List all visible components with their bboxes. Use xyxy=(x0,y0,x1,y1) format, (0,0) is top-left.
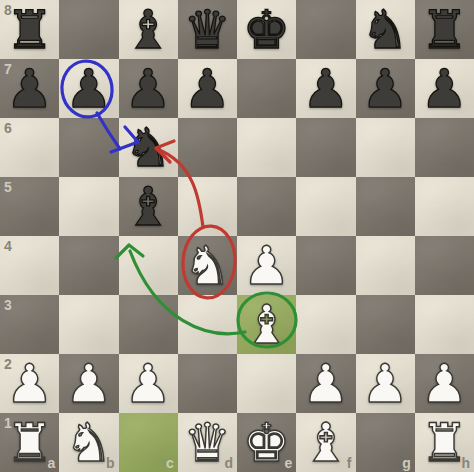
square-b8[interactable] xyxy=(59,0,118,59)
square-c3[interactable] xyxy=(119,295,178,354)
square-c7[interactable]: ♟ xyxy=(119,59,178,118)
rank-label-1: 1 xyxy=(4,415,12,431)
square-d1[interactable]: d♛ xyxy=(178,413,237,472)
square-e3[interactable]: ♝ xyxy=(237,295,296,354)
square-b7[interactable]: ♟ xyxy=(59,59,118,118)
square-g4[interactable] xyxy=(356,236,415,295)
file-label-f: f xyxy=(347,455,352,471)
rank-label-2: 2 xyxy=(4,356,12,372)
square-d6[interactable] xyxy=(178,118,237,177)
square-a3[interactable]: 3 xyxy=(0,295,59,354)
square-a7[interactable]: 7♟ xyxy=(0,59,59,118)
square-b5[interactable] xyxy=(59,177,118,236)
file-label-d: d xyxy=(224,455,233,471)
square-f7[interactable]: ♟ xyxy=(296,59,355,118)
square-c5[interactable]: ♝ xyxy=(119,177,178,236)
square-d3[interactable] xyxy=(178,295,237,354)
square-a5[interactable]: 5 xyxy=(0,177,59,236)
square-b3[interactable] xyxy=(59,295,118,354)
piece-black-knight[interactable]: ♞ xyxy=(124,121,172,174)
square-c2[interactable]: ♟ xyxy=(119,354,178,413)
piece-white-bishop[interactable]: ♝ xyxy=(302,416,350,469)
piece-black-pawn[interactable]: ♟ xyxy=(302,62,350,115)
file-label-b: b xyxy=(106,455,115,471)
square-f2[interactable]: ♟ xyxy=(296,354,355,413)
piece-white-pawn[interactable]: ♟ xyxy=(243,239,291,292)
file-label-g: g xyxy=(402,455,411,471)
square-c4[interactable] xyxy=(119,236,178,295)
square-d8[interactable]: ♛ xyxy=(178,0,237,59)
square-f4[interactable] xyxy=(296,236,355,295)
square-g6[interactable] xyxy=(356,118,415,177)
rank-label-5: 5 xyxy=(4,179,12,195)
square-g5[interactable] xyxy=(356,177,415,236)
square-h3[interactable] xyxy=(415,295,474,354)
piece-black-knight[interactable]: ♞ xyxy=(361,3,409,56)
chess-app: 8♜♝♛♚♞♜7♟♟♟♟♟♟♟6♞5♝4♞♟3♝2♟♟♟♟♟♟1a♜b♞cd♛e… xyxy=(0,0,474,472)
piece-black-king[interactable]: ♚ xyxy=(243,3,291,56)
square-a8[interactable]: 8♜ xyxy=(0,0,59,59)
square-a4[interactable]: 4 xyxy=(0,236,59,295)
piece-black-pawn[interactable]: ♟ xyxy=(6,62,54,115)
square-h8[interactable]: ♜ xyxy=(415,0,474,59)
square-d7[interactable]: ♟ xyxy=(178,59,237,118)
chess-board: 8♜♝♛♚♞♜7♟♟♟♟♟♟♟6♞5♝4♞♟3♝2♟♟♟♟♟♟1a♜b♞cd♛e… xyxy=(0,0,474,472)
square-f1[interactable]: f♝ xyxy=(296,413,355,472)
square-g1[interactable]: g xyxy=(356,413,415,472)
square-c1[interactable]: c xyxy=(119,413,178,472)
piece-black-pawn[interactable]: ♟ xyxy=(421,62,469,115)
piece-black-bishop[interactable]: ♝ xyxy=(124,180,172,233)
piece-black-rook[interactable]: ♜ xyxy=(421,3,469,56)
square-f3[interactable] xyxy=(296,295,355,354)
square-h2[interactable]: ♟ xyxy=(415,354,474,413)
square-h6[interactable] xyxy=(415,118,474,177)
rank-label-7: 7 xyxy=(4,61,12,77)
square-e5[interactable] xyxy=(237,177,296,236)
square-g3[interactable] xyxy=(356,295,415,354)
piece-black-pawn[interactable]: ♟ xyxy=(184,62,232,115)
piece-black-pawn[interactable]: ♟ xyxy=(361,62,409,115)
square-g2[interactable]: ♟ xyxy=(356,354,415,413)
piece-white-king[interactable]: ♚ xyxy=(243,416,291,469)
piece-white-pawn[interactable]: ♟ xyxy=(302,357,350,410)
square-e6[interactable] xyxy=(237,118,296,177)
square-f8[interactable] xyxy=(296,0,355,59)
square-h5[interactable] xyxy=(415,177,474,236)
square-g8[interactable]: ♞ xyxy=(356,0,415,59)
piece-white-pawn[interactable]: ♟ xyxy=(361,357,409,410)
square-b2[interactable]: ♟ xyxy=(59,354,118,413)
rank-label-4: 4 xyxy=(4,238,12,254)
square-f6[interactable] xyxy=(296,118,355,177)
piece-black-bishop[interactable]: ♝ xyxy=(124,3,172,56)
square-e7[interactable] xyxy=(237,59,296,118)
square-e1[interactable]: e♚ xyxy=(237,413,296,472)
piece-white-pawn[interactable]: ♟ xyxy=(421,357,469,410)
square-e2[interactable] xyxy=(237,354,296,413)
piece-black-queen[interactable]: ♛ xyxy=(184,3,232,56)
file-label-c: c xyxy=(166,455,174,471)
piece-black-pawn[interactable]: ♟ xyxy=(124,62,172,115)
piece-white-knight[interactable]: ♞ xyxy=(184,239,232,292)
piece-white-pawn[interactable]: ♟ xyxy=(6,357,54,410)
square-b4[interactable] xyxy=(59,236,118,295)
square-a6[interactable]: 6 xyxy=(0,118,59,177)
piece-white-rook[interactable]: ♜ xyxy=(6,416,54,469)
piece-black-pawn[interactable]: ♟ xyxy=(65,62,113,115)
square-h4[interactable] xyxy=(415,236,474,295)
square-d2[interactable] xyxy=(178,354,237,413)
file-label-e: e xyxy=(284,455,292,471)
square-e4[interactable]: ♟ xyxy=(237,236,296,295)
piece-white-pawn[interactable]: ♟ xyxy=(124,357,172,410)
piece-white-bishop[interactable]: ♝ xyxy=(243,298,291,351)
square-h7[interactable]: ♟ xyxy=(415,59,474,118)
rank-label-6: 6 xyxy=(4,120,12,136)
file-label-h: h xyxy=(461,455,470,471)
square-c6[interactable]: ♞ xyxy=(119,118,178,177)
square-e8[interactable]: ♚ xyxy=(237,0,296,59)
rank-label-8: 8 xyxy=(4,2,12,18)
piece-white-pawn[interactable]: ♟ xyxy=(65,357,113,410)
piece-black-rook[interactable]: ♜ xyxy=(6,3,54,56)
rank-label-3: 3 xyxy=(4,297,12,313)
square-d4[interactable]: ♞ xyxy=(178,236,237,295)
square-h1[interactable]: h♜ xyxy=(415,413,474,472)
square-d5[interactable] xyxy=(178,177,237,236)
square-a2[interactable]: 2♟ xyxy=(0,354,59,413)
square-b6[interactable] xyxy=(59,118,118,177)
square-g7[interactable]: ♟ xyxy=(356,59,415,118)
square-c8[interactable]: ♝ xyxy=(119,0,178,59)
square-a1[interactable]: 1a♜ xyxy=(0,413,59,472)
square-f5[interactable] xyxy=(296,177,355,236)
file-label-a: a xyxy=(47,455,55,471)
square-b1[interactable]: b♞ xyxy=(59,413,118,472)
